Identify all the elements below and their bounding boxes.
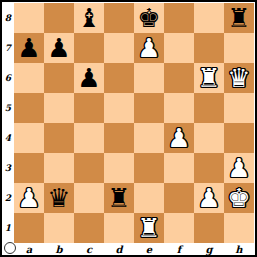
square-a5[interactable] bbox=[14, 93, 44, 123]
square-e1[interactable]: ♜ bbox=[134, 213, 164, 243]
square-f3[interactable] bbox=[164, 153, 194, 183]
square-h7[interactable] bbox=[224, 33, 254, 63]
square-f5[interactable] bbox=[164, 93, 194, 123]
square-g3[interactable] bbox=[194, 153, 224, 183]
square-g6[interactable]: ♜ bbox=[194, 63, 224, 93]
rank-label-5: 5 bbox=[2, 93, 14, 123]
square-h6[interactable]: ♛ bbox=[224, 63, 254, 93]
square-h3[interactable]: ♟ bbox=[224, 153, 254, 183]
rank-label-1: 1 bbox=[2, 213, 14, 243]
square-f8[interactable] bbox=[164, 3, 194, 33]
square-d8[interactable] bbox=[104, 3, 134, 33]
black-pawn-piece[interactable]: ♟ bbox=[17, 33, 40, 63]
square-g4[interactable] bbox=[194, 123, 224, 153]
rank-labels: 87654321 bbox=[2, 3, 14, 243]
white-pawn-piece[interactable]: ♟ bbox=[167, 123, 190, 153]
black-king-piece[interactable]: ♚ bbox=[137, 3, 160, 33]
square-f1[interactable] bbox=[164, 213, 194, 243]
white-pawn-piece[interactable]: ♟ bbox=[197, 183, 220, 213]
square-a2[interactable]: ♟ bbox=[14, 183, 44, 213]
square-b7[interactable]: ♟ bbox=[44, 33, 74, 63]
square-a3[interactable] bbox=[14, 153, 44, 183]
square-g1[interactable] bbox=[194, 213, 224, 243]
square-g8[interactable] bbox=[194, 3, 224, 33]
square-h5[interactable] bbox=[224, 93, 254, 123]
file-label-a: a bbox=[14, 243, 44, 256]
square-d6[interactable] bbox=[104, 63, 134, 93]
white-to-move-indicator bbox=[4, 242, 16, 254]
square-b4[interactable] bbox=[44, 123, 74, 153]
rank-label-3: 3 bbox=[2, 153, 14, 183]
square-b2[interactable]: ♛ bbox=[44, 183, 74, 213]
black-queen-piece[interactable]: ♛ bbox=[47, 183, 70, 213]
square-d2[interactable]: ♜ bbox=[104, 183, 134, 213]
square-h1[interactable] bbox=[224, 213, 254, 243]
square-b1[interactable] bbox=[44, 213, 74, 243]
square-d3[interactable] bbox=[104, 153, 134, 183]
square-f6[interactable] bbox=[164, 63, 194, 93]
square-e6[interactable] bbox=[134, 63, 164, 93]
black-pawn-piece[interactable]: ♟ bbox=[77, 63, 100, 93]
square-h8[interactable]: ♜ bbox=[224, 3, 254, 33]
square-d5[interactable] bbox=[104, 93, 134, 123]
square-c4[interactable] bbox=[74, 123, 104, 153]
rank-label-7: 7 bbox=[2, 33, 14, 63]
square-b6[interactable] bbox=[44, 63, 74, 93]
square-a1[interactable] bbox=[14, 213, 44, 243]
square-g7[interactable] bbox=[194, 33, 224, 63]
square-e7[interactable]: ♟ bbox=[134, 33, 164, 63]
rank-label-4: 4 bbox=[2, 123, 14, 153]
chess-board[interactable]: ♝♚♜♟♟♟♟♜♛♟♟♟♛♜♟♚♜ bbox=[14, 3, 254, 243]
square-e8[interactable]: ♚ bbox=[134, 3, 164, 33]
white-queen-piece[interactable]: ♛ bbox=[227, 63, 250, 93]
square-e4[interactable] bbox=[134, 123, 164, 153]
black-pawn-piece[interactable]: ♟ bbox=[47, 33, 70, 63]
square-a7[interactable]: ♟ bbox=[14, 33, 44, 63]
file-labels: abcdefgh bbox=[14, 243, 254, 256]
file-label-e: e bbox=[134, 243, 164, 256]
square-f2[interactable] bbox=[164, 183, 194, 213]
square-e3[interactable] bbox=[134, 153, 164, 183]
white-pawn-piece[interactable]: ♟ bbox=[137, 33, 160, 63]
white-king-piece[interactable]: ♚ bbox=[227, 183, 250, 213]
file-label-b: b bbox=[44, 243, 74, 256]
file-label-g: g bbox=[194, 243, 224, 256]
white-rook-piece[interactable]: ♜ bbox=[137, 213, 160, 243]
file-label-d: d bbox=[104, 243, 134, 256]
white-pawn-piece[interactable]: ♟ bbox=[17, 183, 40, 213]
square-a4[interactable] bbox=[14, 123, 44, 153]
square-b5[interactable] bbox=[44, 93, 74, 123]
square-a8[interactable] bbox=[14, 3, 44, 33]
square-g2[interactable]: ♟ bbox=[194, 183, 224, 213]
black-rook-piece[interactable]: ♜ bbox=[107, 183, 130, 213]
square-d1[interactable] bbox=[104, 213, 134, 243]
square-c3[interactable] bbox=[74, 153, 104, 183]
square-e2[interactable] bbox=[134, 183, 164, 213]
square-h4[interactable] bbox=[224, 123, 254, 153]
white-pawn-piece[interactable]: ♟ bbox=[227, 153, 250, 183]
square-e5[interactable] bbox=[134, 93, 164, 123]
square-f7[interactable] bbox=[164, 33, 194, 63]
square-d4[interactable] bbox=[104, 123, 134, 153]
square-c7[interactable] bbox=[74, 33, 104, 63]
square-c5[interactable] bbox=[74, 93, 104, 123]
square-c2[interactable] bbox=[74, 183, 104, 213]
square-b8[interactable] bbox=[44, 3, 74, 33]
rank-label-6: 6 bbox=[2, 63, 14, 93]
rank-label-2: 2 bbox=[2, 183, 14, 213]
file-label-f: f bbox=[164, 243, 194, 256]
black-rook-piece[interactable]: ♜ bbox=[227, 3, 250, 33]
file-label-c: c bbox=[74, 243, 104, 256]
rank-label-8: 8 bbox=[2, 3, 14, 33]
chess-board-frame: 87654321 ♝♚♜♟♟♟♟♜♛♟♟♟♛♜♟♚♜ abcdefgh bbox=[0, 0, 257, 257]
square-b3[interactable] bbox=[44, 153, 74, 183]
square-h2[interactable]: ♚ bbox=[224, 183, 254, 213]
square-c6[interactable]: ♟ bbox=[74, 63, 104, 93]
square-a6[interactable] bbox=[14, 63, 44, 93]
square-c1[interactable] bbox=[74, 213, 104, 243]
square-g5[interactable] bbox=[194, 93, 224, 123]
square-d7[interactable] bbox=[104, 33, 134, 63]
black-bishop-piece[interactable]: ♝ bbox=[77, 3, 100, 33]
square-f4[interactable]: ♟ bbox=[164, 123, 194, 153]
square-c8[interactable]: ♝ bbox=[74, 3, 104, 33]
white-rook-piece[interactable]: ♜ bbox=[197, 63, 220, 93]
file-label-h: h bbox=[224, 243, 254, 256]
